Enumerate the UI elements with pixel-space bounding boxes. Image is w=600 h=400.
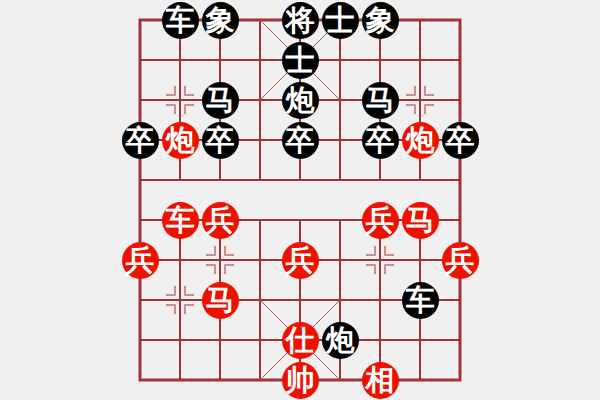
piece-red-pawn[interactable]: 兵 bbox=[120, 240, 160, 280]
piece-black-pawn[interactable]: 卒 bbox=[280, 120, 320, 160]
piece-glyph-black-horse: 马 bbox=[202, 82, 239, 119]
piece-black-chariot[interactable]: 车 bbox=[160, 0, 200, 40]
piece-red-horse[interactable]: 马 bbox=[200, 280, 240, 320]
piece-glyph-red-cannon: 炮 bbox=[162, 122, 199, 159]
piece-glyph-black-pawn: 卒 bbox=[202, 122, 239, 159]
piece-red-horse[interactable]: 马 bbox=[400, 200, 440, 240]
piece-glyph-black-chariot: 车 bbox=[402, 282, 439, 319]
piece-glyph-black-elephant: 象 bbox=[362, 2, 399, 39]
piece-red-pawn[interactable]: 兵 bbox=[200, 200, 240, 240]
piece-glyph-red-horse: 马 bbox=[202, 282, 239, 319]
piece-black-cannon[interactable]: 炮 bbox=[320, 320, 360, 360]
piece-red-chariot[interactable]: 车 bbox=[160, 200, 200, 240]
piece-glyph-black-advisor: 士 bbox=[322, 2, 359, 39]
xiangqi-board: 车象将士象士马炮马卒炮卒卒卒炮卒车兵兵马兵兵兵马车仕炮帅相 bbox=[120, 0, 480, 400]
piece-glyph-red-pawn: 兵 bbox=[362, 202, 399, 239]
piece-glyph-red-horse: 马 bbox=[402, 202, 439, 239]
piece-glyph-black-advisor: 士 bbox=[282, 42, 319, 79]
piece-glyph-black-general: 将 bbox=[282, 2, 319, 39]
piece-black-advisor[interactable]: 士 bbox=[280, 40, 320, 80]
piece-black-pawn[interactable]: 卒 bbox=[360, 120, 400, 160]
piece-black-elephant[interactable]: 象 bbox=[200, 0, 240, 40]
piece-red-elephant[interactable]: 相 bbox=[360, 360, 400, 400]
piece-glyph-red-pawn: 兵 bbox=[282, 242, 319, 279]
piece-glyph-black-pawn: 卒 bbox=[362, 122, 399, 159]
piece-red-pawn[interactable]: 兵 bbox=[360, 200, 400, 240]
piece-black-general[interactable]: 将 bbox=[280, 0, 320, 40]
piece-black-cannon[interactable]: 炮 bbox=[280, 80, 320, 120]
piece-glyph-red-general: 帅 bbox=[282, 362, 319, 399]
piece-black-horse[interactable]: 马 bbox=[200, 80, 240, 120]
piece-glyph-red-pawn: 兵 bbox=[442, 242, 479, 279]
piece-black-pawn[interactable]: 卒 bbox=[120, 120, 160, 160]
piece-glyph-red-elephant: 相 bbox=[362, 362, 399, 399]
piece-glyph-black-horse: 马 bbox=[362, 82, 399, 119]
piece-glyph-black-pawn: 卒 bbox=[442, 122, 479, 159]
piece-glyph-black-elephant: 象 bbox=[202, 2, 239, 39]
piece-black-advisor[interactable]: 士 bbox=[320, 0, 360, 40]
piece-glyph-black-pawn: 卒 bbox=[122, 122, 159, 159]
piece-glyph-red-pawn: 兵 bbox=[122, 242, 159, 279]
piece-glyph-black-chariot: 车 bbox=[162, 2, 199, 39]
piece-red-advisor[interactable]: 仕 bbox=[280, 320, 320, 360]
piece-red-pawn[interactable]: 兵 bbox=[440, 240, 480, 280]
piece-red-cannon[interactable]: 炮 bbox=[400, 120, 440, 160]
piece-glyph-red-chariot: 车 bbox=[162, 202, 199, 239]
piece-glyph-red-cannon: 炮 bbox=[402, 122, 439, 159]
piece-black-pawn[interactable]: 卒 bbox=[200, 120, 240, 160]
piece-red-pawn[interactable]: 兵 bbox=[280, 240, 320, 280]
xiangqi-diagram: 车象将士象士马炮马卒炮卒卒卒炮卒车兵兵马兵兵兵马车仕炮帅相 bbox=[0, 0, 600, 400]
piece-glyph-red-pawn: 兵 bbox=[202, 202, 239, 239]
piece-red-general[interactable]: 帅 bbox=[280, 360, 320, 400]
piece-black-chariot[interactable]: 车 bbox=[400, 280, 440, 320]
piece-black-pawn[interactable]: 卒 bbox=[440, 120, 480, 160]
piece-black-elephant[interactable]: 象 bbox=[360, 0, 400, 40]
piece-glyph-black-pawn: 卒 bbox=[282, 122, 319, 159]
piece-glyph-black-cannon: 炮 bbox=[282, 82, 319, 119]
piece-glyph-red-advisor: 仕 bbox=[282, 322, 319, 359]
piece-black-horse[interactable]: 马 bbox=[360, 80, 400, 120]
piece-red-cannon[interactable]: 炮 bbox=[160, 120, 200, 160]
piece-glyph-black-cannon: 炮 bbox=[322, 322, 359, 359]
